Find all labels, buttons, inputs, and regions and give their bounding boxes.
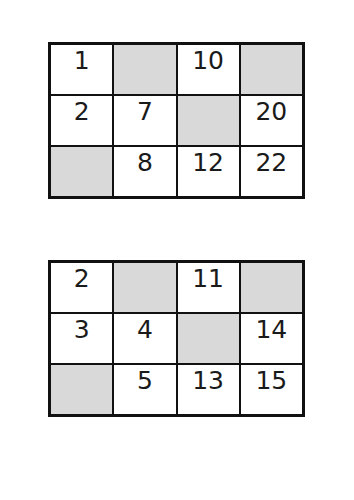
number-cell: 14	[240, 313, 303, 364]
empty-shaded-cell	[113, 262, 176, 313]
empty-shaded-cell	[50, 146, 113, 197]
top-number-grid: 110272081222	[48, 42, 305, 199]
number-cell: 13	[177, 364, 240, 415]
empty-shaded-cell	[177, 95, 240, 146]
number-cell: 1	[50, 44, 113, 95]
worksheet-page: 110272081222 211341451315	[0, 0, 354, 500]
empty-shaded-cell	[240, 44, 303, 95]
number-cell: 15	[240, 364, 303, 415]
number-cell: 5	[113, 364, 176, 415]
empty-shaded-cell	[113, 44, 176, 95]
bottom-number-grid: 211341451315	[48, 260, 305, 417]
number-cell: 10	[177, 44, 240, 95]
number-cell: 2	[50, 95, 113, 146]
number-cell: 4	[113, 313, 176, 364]
number-cell: 20	[240, 95, 303, 146]
number-cell: 11	[177, 262, 240, 313]
number-cell: 8	[113, 146, 176, 197]
number-cell: 3	[50, 313, 113, 364]
empty-shaded-cell	[50, 364, 113, 415]
number-cell: 2	[50, 262, 113, 313]
number-cell: 22	[240, 146, 303, 197]
number-cell: 7	[113, 95, 176, 146]
empty-shaded-cell	[177, 313, 240, 364]
number-cell: 12	[177, 146, 240, 197]
empty-shaded-cell	[240, 262, 303, 313]
